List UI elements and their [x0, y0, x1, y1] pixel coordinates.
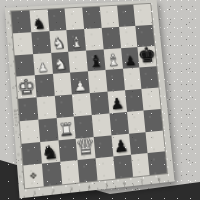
board-square-g3 [58, 138, 78, 162]
board-square-f5 [92, 113, 111, 136]
photo-background: ♞♞♝♟♞♝♝♟♚♚♟♟♜♞♛♟❖ CHESS 12345678abcdefgh [0, 0, 200, 200]
board-square-b2 [31, 31, 51, 54]
board-square-f7 [127, 110, 146, 133]
board-square-b8 [136, 25, 155, 47]
black-king-c8: ♚ [137, 45, 157, 67]
board-square-c3: ♞ [51, 51, 71, 74]
board-square-a6 [100, 6, 119, 28]
file-label-c: c [10, 64, 13, 68]
rank-label-6: 6 [123, 182, 126, 187]
board-square-d7 [123, 68, 142, 91]
rank-label-8: 8 [157, 178, 160, 183]
rank-label-3: 3 [70, 187, 73, 192]
board-square-b3: ♞ [49, 30, 69, 53]
file-label-e: e [14, 108, 17, 112]
black-knight-a2: ♞ [32, 16, 46, 31]
board-square-e4 [72, 93, 92, 116]
rank-label-7: 7 [140, 180, 143, 185]
board-square-a8 [134, 4, 153, 26]
board-square-g4: ♛ [76, 137, 96, 161]
board-square-a1 [11, 11, 31, 34]
file-label-b: b [8, 42, 11, 46]
board-square-c7: ♟ [121, 47, 140, 69]
board-square-f4 [74, 115, 94, 138]
board-square-f8 [144, 109, 163, 132]
board-square-d2 [35, 74, 55, 97]
rank-label-1: 1 [33, 191, 36, 196]
board-square-g2: ♞ [40, 140, 60, 164]
board-square-g1 [22, 142, 42, 166]
board-square-b7 [119, 26, 138, 48]
board-square-e6: ♟ [107, 90, 126, 113]
rank-label-5: 5 [105, 184, 108, 189]
board-square-f6 [109, 112, 128, 135]
file-label-f: f [15, 130, 17, 134]
board-square-d1: ♚ [16, 75, 36, 98]
board-square-e3 [54, 94, 74, 117]
board-square-g5 [94, 135, 114, 159]
white-knight-b3: ♞ [52, 36, 67, 52]
white-pawn-d4: ♟ [73, 79, 87, 94]
board-square-h1: ❖ [23, 164, 43, 188]
board-grid: ♞♞♝♟♞♝♝♟♚♚♟♟♜♞♛♟❖ [11, 4, 167, 188]
board-square-h7 [131, 153, 150, 177]
board-square-c5: ♝ [86, 49, 105, 72]
board-square-e1 [18, 97, 38, 121]
board-square-d3 [52, 73, 72, 96]
black-bishop-c5: ♝ [88, 54, 103, 71]
board-square-a7 [117, 5, 136, 27]
rank-label-4: 4 [88, 185, 91, 190]
board-square-a5 [82, 7, 101, 29]
board-square-h6 [113, 155, 132, 179]
board-square-f2 [38, 118, 58, 142]
board-square-e7 [125, 89, 144, 112]
file-label-g: g [17, 153, 20, 157]
board-square-d4: ♟ [70, 72, 90, 95]
white-bishop-b4: ♝ [69, 35, 84, 51]
board-square-g8 [146, 130, 165, 153]
board-square-c1 [15, 54, 35, 77]
white-pawn-c2: ♟ [37, 62, 49, 75]
board-square-c8: ♚ [138, 45, 157, 67]
board-square-g7 [129, 132, 148, 155]
board-square-f3: ♜ [56, 116, 76, 140]
board-square-c6: ♝ [103, 48, 122, 70]
board-square-c2: ♟ [33, 52, 53, 75]
board-square-f1 [20, 119, 40, 143]
board-square-b6 [101, 27, 120, 49]
white-king-d1: ♚ [16, 76, 36, 98]
file-label-a: a [7, 20, 10, 24]
board-square-d6 [105, 69, 124, 92]
board-square-a4 [65, 8, 84, 30]
black-pawn-c7: ♟ [124, 54, 136, 67]
board-square-b4: ♝ [67, 29, 86, 51]
chess-board: ♞♞♝♟♞♝♝♟♚♚♟♟♜♞♛♟❖ CHESS 12345678abcdefgh [5, 0, 175, 198]
file-label-d: d [12, 86, 15, 90]
white-rook-f3: ♜ [58, 120, 75, 139]
white-bishop-c6: ♝ [105, 53, 120, 70]
black-knight-g2: ♞ [41, 143, 59, 163]
board-square-b5 [84, 28, 103, 50]
file-label-h: h [19, 175, 22, 179]
board-square-b1 [13, 32, 33, 55]
board-square-h2 [42, 162, 62, 186]
board-square-e5 [90, 92, 109, 115]
board-logo: ❖ [29, 171, 38, 181]
board-square-d5 [88, 70, 107, 93]
board-square-h5 [96, 157, 116, 181]
white-knight-c3: ♞ [53, 56, 69, 73]
board-square-g6: ♟ [111, 133, 130, 156]
board-square-h8 [148, 152, 167, 175]
board-square-c4 [68, 50, 87, 73]
board-square-a2: ♞ [29, 10, 49, 32]
black-pawn-e6: ♟ [110, 96, 124, 112]
board-square-e2 [36, 96, 56, 119]
board-square-h4 [78, 158, 98, 182]
rank-label-2: 2 [51, 189, 54, 194]
board-square-e8 [142, 88, 161, 111]
board-square-a3 [47, 9, 66, 31]
board-square-d8 [140, 66, 159, 88]
board-square-h3 [60, 160, 80, 184]
black-pawn-g6: ♟ [113, 138, 129, 155]
